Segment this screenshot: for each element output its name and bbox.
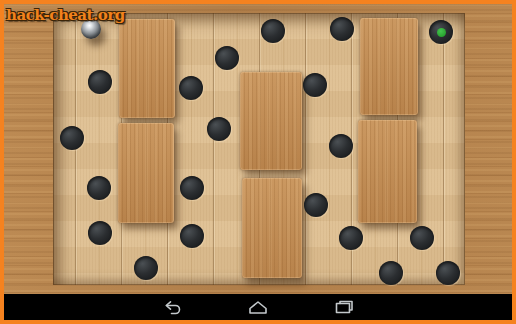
- hole: [88, 221, 112, 245]
- hole: [180, 224, 204, 248]
- hole: [410, 226, 434, 250]
- wall-block: [360, 18, 418, 115]
- target-hole: [429, 20, 453, 44]
- home-icon: [247, 299, 269, 315]
- recents-button[interactable]: [333, 299, 355, 315]
- hole: [261, 19, 285, 43]
- back-button[interactable]: [161, 299, 183, 315]
- wall-block: [240, 72, 302, 170]
- back-icon: [161, 299, 183, 315]
- hole: [60, 126, 84, 150]
- wood-table: [4, 4, 512, 294]
- hole: [215, 46, 239, 70]
- target-green-dot: [437, 28, 446, 37]
- hole: [379, 261, 403, 285]
- wall-block: [358, 120, 417, 223]
- wall-block: [118, 123, 174, 223]
- hole: [180, 176, 204, 200]
- hole: [339, 226, 363, 250]
- watermark-text: hack-cheat.org: [6, 6, 125, 24]
- hole: [303, 73, 327, 97]
- hole: [179, 76, 203, 100]
- home-button[interactable]: [247, 299, 269, 315]
- recents-icon: [333, 299, 355, 315]
- hole: [304, 193, 328, 217]
- hole: [87, 176, 111, 200]
- hole: [330, 17, 354, 41]
- playfield[interactable]: [53, 13, 465, 285]
- hole: [436, 261, 460, 285]
- screenshot-frame: hack-cheat.org: [0, 0, 516, 324]
- hole: [134, 256, 158, 280]
- wall-block: [242, 178, 302, 278]
- wall-block: [119, 19, 175, 118]
- android-navbar: [4, 294, 512, 320]
- hole: [329, 134, 353, 158]
- hole: [88, 70, 112, 94]
- hole: [207, 117, 231, 141]
